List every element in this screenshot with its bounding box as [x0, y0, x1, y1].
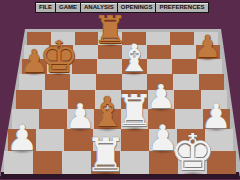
piece-black-king-b6[interactable]: ♚ — [40, 35, 79, 79]
menu-item-file[interactable]: FILE — [36, 3, 56, 12]
square-b3[interactable] — [39, 109, 66, 129]
piece-white-king-g1[interactable]: ♚ — [170, 128, 216, 179]
piece-white-rook-d1[interactable]: ♜ — [85, 132, 127, 178]
square-g5[interactable] — [173, 74, 199, 90]
app-window: FILEGAMEANALYSISOPENINGSPREFERENCES ♜♟♟♚… — [0, 0, 240, 180]
square-a4[interactable] — [16, 90, 42, 109]
piece-black-pawn-h7[interactable]: ♟ — [194, 32, 221, 63]
square-g7[interactable] — [171, 45, 195, 59]
menu-item-game[interactable]: GAME — [56, 3, 81, 12]
piece-white-bishop-e6[interactable]: ♝ — [118, 40, 152, 78]
piece-white-pawn-a2[interactable]: ♟ — [7, 120, 38, 155]
square-g4[interactable] — [174, 90, 200, 109]
square-h5[interactable] — [199, 74, 225, 90]
square-g8[interactable] — [170, 32, 194, 45]
square-b2[interactable] — [36, 129, 64, 151]
menu-item-preferences[interactable]: PREFERENCES — [156, 3, 207, 12]
